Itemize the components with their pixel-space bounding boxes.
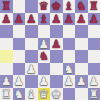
white-queen: ♛ <box>39 88 49 101</box>
square-h5[interactable] <box>88 38 101 51</box>
square-a3[interactable] <box>0 63 13 76</box>
black-pawn: ♟ <box>14 13 24 26</box>
square-h8[interactable]: ♜ <box>88 0 101 13</box>
square-h6[interactable] <box>88 25 101 38</box>
black-knight: ♞ <box>76 0 86 13</box>
square-h1[interactable]: ♜ <box>88 88 101 101</box>
square-f7[interactable]: ♟ <box>63 13 76 26</box>
white-knight: ♞ <box>64 63 74 76</box>
square-b8[interactable] <box>13 0 26 13</box>
white-pawn: ♟ <box>76 75 86 88</box>
square-f1[interactable] <box>63 88 76 101</box>
square-b1[interactable]: ♞ <box>13 88 26 101</box>
square-d6[interactable] <box>38 25 51 38</box>
white-pawn: ♟ <box>1 75 11 88</box>
square-d5[interactable]: ♟ <box>38 38 51 51</box>
square-c4[interactable] <box>25 50 38 63</box>
square-h2[interactable]: ♟ <box>88 75 101 88</box>
square-g2[interactable]: ♟ <box>75 75 88 88</box>
white-pawn: ♟ <box>89 75 99 88</box>
square-c3[interactable]: ♟ <box>25 63 38 76</box>
square-f2[interactable]: ♟ <box>63 75 76 88</box>
square-a1[interactable]: ♜ <box>0 88 13 101</box>
black-bishop: ♝ <box>39 13 49 26</box>
white-king: ♚ <box>51 88 61 101</box>
square-d3[interactable] <box>38 63 51 76</box>
square-b6[interactable] <box>13 25 26 38</box>
square-c6[interactable] <box>25 25 38 38</box>
black-pawn: ♟ <box>26 13 36 26</box>
square-a7[interactable]: ♟ <box>0 13 13 26</box>
square-a6[interactable] <box>0 25 13 38</box>
black-knight: ♞ <box>39 50 49 63</box>
square-e7[interactable]: ♟ <box>50 13 63 26</box>
square-f8[interactable]: ♝ <box>63 0 76 13</box>
white-pawn: ♟ <box>64 75 74 88</box>
square-a2[interactable]: ♟ <box>0 75 13 88</box>
square-a4[interactable] <box>0 50 13 63</box>
square-h7[interactable]: ♟ <box>88 13 101 26</box>
square-c8[interactable] <box>25 0 38 13</box>
square-e8[interactable]: ♚ <box>50 0 63 13</box>
white-pawn: ♟ <box>39 38 49 51</box>
square-e6[interactable] <box>50 25 63 38</box>
square-c2[interactable] <box>25 75 38 88</box>
square-g1[interactable] <box>75 88 88 101</box>
white-pawn: ♟ <box>14 75 24 88</box>
square-f4[interactable] <box>63 50 76 63</box>
square-f6[interactable] <box>63 25 76 38</box>
chess-board: ♜♛♚♝♞♜♟♟♟♝♟♟♟♟♟♟♞♟♞♟♟♟♟♟♟♜♞♝♛♚♜ <box>0 0 100 100</box>
square-d8[interactable]: ♛ <box>38 0 51 13</box>
square-b7[interactable]: ♟ <box>13 13 26 26</box>
square-g3[interactable] <box>75 63 88 76</box>
square-d4[interactable]: ♞ <box>38 50 51 63</box>
square-g7[interactable]: ♟ <box>75 13 88 26</box>
square-c1[interactable]: ♝ <box>25 88 38 101</box>
square-e3[interactable] <box>50 63 63 76</box>
square-e2[interactable] <box>50 75 63 88</box>
black-rook: ♜ <box>89 0 99 13</box>
white-pawn: ♟ <box>26 63 36 76</box>
white-knight: ♞ <box>14 88 24 101</box>
black-rook: ♜ <box>1 0 11 13</box>
square-b4[interactable] <box>13 50 26 63</box>
black-pawn: ♟ <box>89 13 99 26</box>
square-a8[interactable]: ♜ <box>0 0 13 13</box>
square-b5[interactable] <box>13 38 26 51</box>
square-c7[interactable]: ♟ <box>25 13 38 26</box>
black-bishop: ♝ <box>64 0 74 13</box>
black-pawn: ♟ <box>51 38 61 51</box>
black-pawn: ♟ <box>1 13 11 26</box>
square-e4[interactable] <box>50 50 63 63</box>
black-pawn: ♟ <box>76 13 86 26</box>
square-g5[interactable] <box>75 38 88 51</box>
square-b2[interactable]: ♟ <box>13 75 26 88</box>
white-bishop: ♝ <box>26 88 36 101</box>
black-queen: ♛ <box>39 0 49 13</box>
square-g6[interactable] <box>75 25 88 38</box>
black-king: ♚ <box>51 0 61 13</box>
square-d1[interactable]: ♛ <box>38 88 51 101</box>
square-b3[interactable] <box>13 63 26 76</box>
square-g8[interactable]: ♞ <box>75 0 88 13</box>
square-e5[interactable]: ♟ <box>50 38 63 51</box>
black-pawn: ♟ <box>51 13 61 26</box>
square-d2[interactable]: ♟ <box>38 75 51 88</box>
square-f3[interactable]: ♞ <box>63 63 76 76</box>
white-pawn: ♟ <box>39 75 49 88</box>
square-e1[interactable]: ♚ <box>50 88 63 101</box>
square-h3[interactable] <box>88 63 101 76</box>
square-c5[interactable] <box>25 38 38 51</box>
square-d7[interactable]: ♝ <box>38 13 51 26</box>
square-g4[interactable] <box>75 50 88 63</box>
square-f5[interactable] <box>63 38 76 51</box>
square-a5[interactable] <box>0 38 13 51</box>
black-pawn: ♟ <box>64 13 74 26</box>
square-h4[interactable] <box>88 50 101 63</box>
white-rook: ♜ <box>89 88 99 101</box>
white-rook: ♜ <box>1 88 11 101</box>
